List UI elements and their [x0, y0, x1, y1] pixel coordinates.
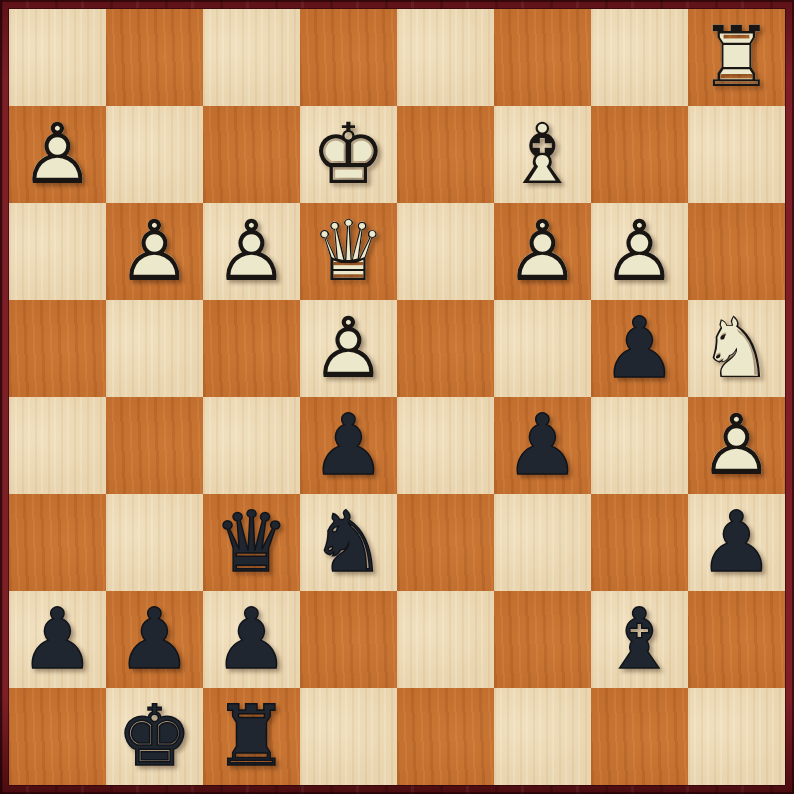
square-d5[interactable] — [397, 397, 494, 494]
pawn-glyph: ♟ — [494, 397, 591, 494]
square-b5[interactable] — [591, 397, 688, 494]
square-e6[interactable]: ♞ — [300, 494, 397, 591]
white-knight-piece[interactable]: ♞♘ — [688, 300, 785, 397]
square-d6[interactable] — [397, 494, 494, 591]
square-d2[interactable] — [397, 106, 494, 203]
knight-outline-glyph: ♘ — [688, 300, 785, 397]
pawn-glyph: ♟ — [300, 397, 397, 494]
square-f7[interactable]: ♟ — [203, 591, 300, 688]
square-b6[interactable] — [591, 494, 688, 591]
square-a7[interactable] — [688, 591, 785, 688]
square-f1[interactable] — [203, 9, 300, 106]
square-g4[interactable] — [106, 300, 203, 397]
queen-outline-glyph: ♕ — [300, 203, 397, 300]
black-bishop-piece[interactable]: ♝ — [591, 591, 688, 688]
black-pawn-piece[interactable]: ♟ — [688, 494, 785, 591]
white-pawn-piece[interactable]: ♟♙ — [9, 106, 106, 203]
square-d8[interactable] — [397, 688, 494, 785]
square-g1[interactable] — [106, 9, 203, 106]
pawn-outline-glyph: ♙ — [300, 300, 397, 397]
king-glyph: ♚ — [106, 688, 203, 785]
square-e2[interactable]: ♚♔ — [300, 106, 397, 203]
square-h3[interactable] — [9, 203, 106, 300]
pawn-glyph: ♟ — [688, 494, 785, 591]
rook-glyph: ♜ — [203, 688, 300, 785]
chess-board-frame: ♜♖♟♙♚♔♝♗♟♙♟♙♛♕♟♙♟♙♟♙♟♞♘♟♟♟♙♛♞♟♟♟♟♝♚♜ — [0, 0, 794, 794]
square-g7[interactable]: ♟ — [106, 591, 203, 688]
square-f2[interactable] — [203, 106, 300, 203]
square-d7[interactable] — [397, 591, 494, 688]
square-c7[interactable] — [494, 591, 591, 688]
square-f3[interactable]: ♟♙ — [203, 203, 300, 300]
square-h7[interactable]: ♟ — [9, 591, 106, 688]
square-c8[interactable] — [494, 688, 591, 785]
square-h8[interactable] — [9, 688, 106, 785]
white-pawn-piece[interactable]: ♟♙ — [300, 300, 397, 397]
pawn-glyph: ♟ — [9, 591, 106, 688]
white-pawn-piece[interactable]: ♟♙ — [591, 203, 688, 300]
square-h2[interactable]: ♟♙ — [9, 106, 106, 203]
black-king-piece[interactable]: ♚ — [106, 688, 203, 785]
black-pawn-piece[interactable]: ♟ — [591, 300, 688, 397]
square-d1[interactable] — [397, 9, 494, 106]
square-h1[interactable] — [9, 9, 106, 106]
square-b2[interactable] — [591, 106, 688, 203]
black-pawn-piece[interactable]: ♟ — [494, 397, 591, 494]
square-b3[interactable]: ♟♙ — [591, 203, 688, 300]
pawn-outline-glyph: ♙ — [591, 203, 688, 300]
square-g5[interactable] — [106, 397, 203, 494]
square-h6[interactable] — [9, 494, 106, 591]
bishop-glyph: ♝ — [591, 591, 688, 688]
square-a6[interactable]: ♟ — [688, 494, 785, 591]
pawn-outline-glyph: ♙ — [688, 397, 785, 494]
white-pawn-piece[interactable]: ♟♙ — [494, 203, 591, 300]
square-b8[interactable] — [591, 688, 688, 785]
black-knight-piece[interactable]: ♞ — [300, 494, 397, 591]
square-h4[interactable] — [9, 300, 106, 397]
square-a1[interactable]: ♜♖ — [688, 9, 785, 106]
square-a2[interactable] — [688, 106, 785, 203]
square-b1[interactable] — [591, 9, 688, 106]
queen-glyph: ♛ — [203, 494, 300, 591]
square-a3[interactable] — [688, 203, 785, 300]
square-c3[interactable]: ♟♙ — [494, 203, 591, 300]
knight-glyph: ♞ — [300, 494, 397, 591]
black-pawn-piece[interactable]: ♟ — [203, 591, 300, 688]
white-pawn-piece[interactable]: ♟♙ — [203, 203, 300, 300]
square-b7[interactable]: ♝ — [591, 591, 688, 688]
square-e4[interactable]: ♟♙ — [300, 300, 397, 397]
pawn-glyph: ♟ — [106, 591, 203, 688]
square-g8[interactable]: ♚ — [106, 688, 203, 785]
white-pawn-piece[interactable]: ♟♙ — [106, 203, 203, 300]
black-pawn-piece[interactable]: ♟ — [300, 397, 397, 494]
king-outline-glyph: ♔ — [300, 106, 397, 203]
black-pawn-piece[interactable]: ♟ — [106, 591, 203, 688]
white-queen-piece[interactable]: ♛♕ — [300, 203, 397, 300]
square-a4[interactable]: ♞♘ — [688, 300, 785, 397]
square-a5[interactable]: ♟♙ — [688, 397, 785, 494]
square-e7[interactable] — [300, 591, 397, 688]
white-rook-piece[interactable]: ♜♖ — [688, 9, 785, 106]
pawn-outline-glyph: ♙ — [106, 203, 203, 300]
black-pawn-piece[interactable]: ♟ — [9, 591, 106, 688]
rook-outline-glyph: ♖ — [688, 9, 785, 106]
black-rook-piece[interactable]: ♜ — [203, 688, 300, 785]
square-f5[interactable] — [203, 397, 300, 494]
white-king-piece[interactable]: ♚♔ — [300, 106, 397, 203]
square-c4[interactable] — [494, 300, 591, 397]
square-e3[interactable]: ♛♕ — [300, 203, 397, 300]
chess-board: ♜♖♟♙♚♔♝♗♟♙♟♙♛♕♟♙♟♙♟♙♟♞♘♟♟♟♙♛♞♟♟♟♟♝♚♜ — [9, 9, 785, 785]
square-g2[interactable] — [106, 106, 203, 203]
square-h5[interactable] — [9, 397, 106, 494]
square-g6[interactable] — [106, 494, 203, 591]
black-queen-piece[interactable]: ♛ — [203, 494, 300, 591]
square-e1[interactable] — [300, 9, 397, 106]
pawn-outline-glyph: ♙ — [494, 203, 591, 300]
square-c1[interactable] — [494, 9, 591, 106]
square-d3[interactable] — [397, 203, 494, 300]
pawn-glyph: ♟ — [591, 300, 688, 397]
square-f6[interactable]: ♛ — [203, 494, 300, 591]
square-g3[interactable]: ♟♙ — [106, 203, 203, 300]
pawn-outline-glyph: ♙ — [203, 203, 300, 300]
square-a8[interactable] — [688, 688, 785, 785]
square-f8[interactable]: ♜ — [203, 688, 300, 785]
square-c6[interactable] — [494, 494, 591, 591]
square-e5[interactable]: ♟ — [300, 397, 397, 494]
pawn-glyph: ♟ — [203, 591, 300, 688]
pawn-outline-glyph: ♙ — [9, 106, 106, 203]
white-bishop-piece[interactable]: ♝♗ — [494, 106, 591, 203]
square-b4[interactable]: ♟ — [591, 300, 688, 397]
square-c2[interactable]: ♝♗ — [494, 106, 591, 203]
square-e8[interactable] — [300, 688, 397, 785]
square-c5[interactable]: ♟ — [494, 397, 591, 494]
white-pawn-piece[interactable]: ♟♙ — [688, 397, 785, 494]
square-d4[interactable] — [397, 300, 494, 397]
square-f4[interactable] — [203, 300, 300, 397]
bishop-outline-glyph: ♗ — [494, 106, 591, 203]
